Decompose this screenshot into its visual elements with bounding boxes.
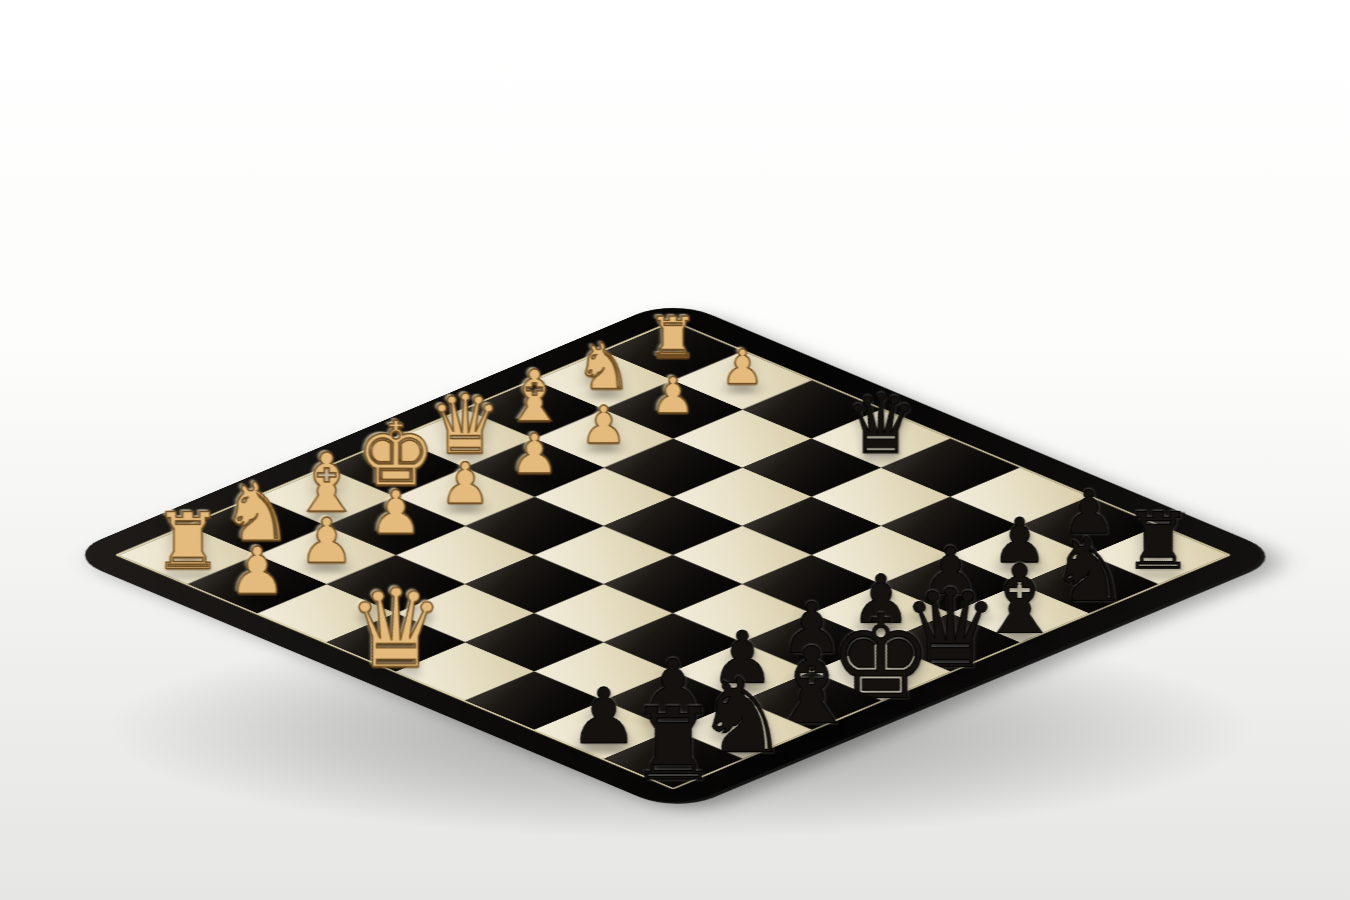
product-photo-scene: ♜♞♝♚♛♝♞♜♟♟♟♟♟♟♟♟♛♛♟♟♟♟♟♟♟♟♜♞♝♚♛♝♞♜ xyxy=(0,0,1350,900)
